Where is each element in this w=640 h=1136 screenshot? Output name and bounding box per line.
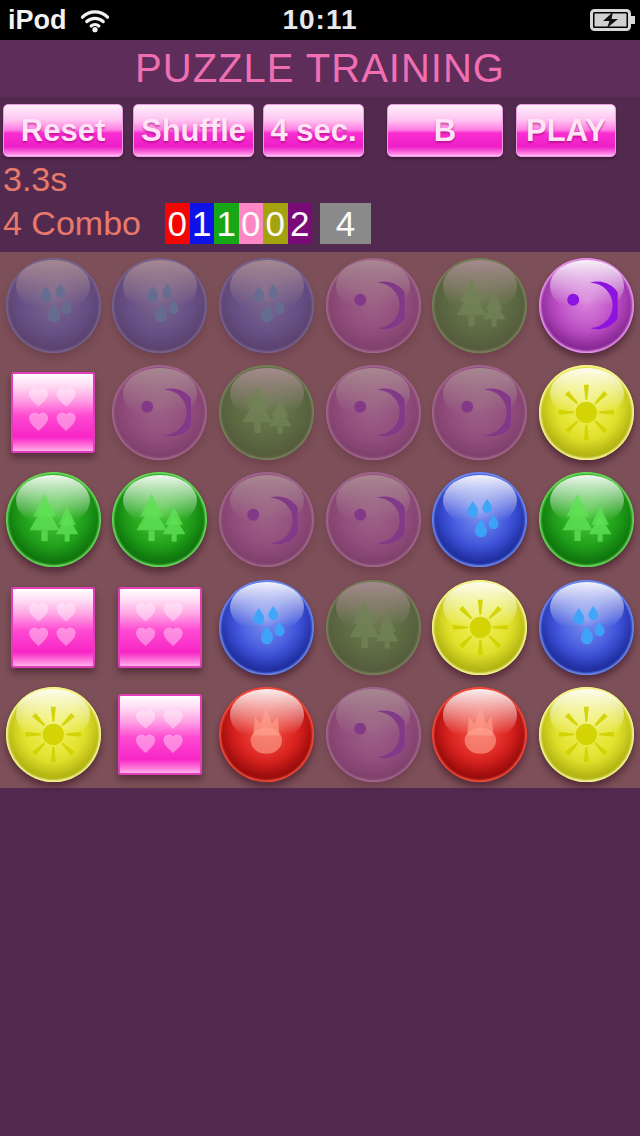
orb-wood[interactable]: [539, 472, 634, 567]
status-time: 10:11: [0, 4, 640, 36]
timer-label: 3.3s: [3, 160, 67, 199]
board-cell-r2c4: [320, 359, 427, 466]
board-cell-r3c3: [213, 466, 320, 573]
orb-heart[interactable]: [11, 372, 95, 453]
board-cell-r5c2: [107, 681, 214, 788]
orb-wood[interactable]: [112, 472, 207, 567]
board-cell-r5c5: [427, 681, 534, 788]
b-mode-button[interactable]: B: [387, 104, 503, 157]
board-cell-r3c2: [107, 466, 214, 573]
combo-row: 4 Combo 011002 4: [3, 203, 371, 244]
orb-wood-cleared[interactable]: [432, 258, 527, 353]
puzzle-board: [0, 252, 640, 788]
board-cell-r2c1: [0, 359, 107, 466]
status-bar: iPod 10:11: [0, 0, 640, 40]
combo-count-fire: 0: [165, 203, 190, 244]
board-cell-r3c4: [320, 466, 427, 573]
board-cell-r4c6: [533, 574, 640, 681]
combo-count-light: 0: [263, 203, 288, 244]
combo-count-dark: 2: [288, 203, 313, 244]
board-cell-r1c6: [533, 252, 640, 359]
board-cell-r5c6: [533, 681, 640, 788]
orb-dark-cleared[interactable]: [432, 365, 527, 460]
orb-heart[interactable]: [118, 587, 202, 668]
play-button[interactable]: PLAY: [516, 104, 616, 157]
timer-mode-button[interactable]: 4 sec.: [263, 104, 364, 157]
orb-light[interactable]: [539, 687, 634, 782]
reset-button[interactable]: Reset: [3, 104, 123, 157]
orb-dark[interactable]: [539, 258, 634, 353]
board-cell-r2c3: [213, 359, 320, 466]
orb-water-cleared[interactable]: [6, 258, 101, 353]
board-cell-r1c3: [213, 252, 320, 359]
board-cell-r4c2: [107, 574, 214, 681]
board-cell-r3c1: [0, 466, 107, 573]
orb-dark-cleared[interactable]: [326, 472, 421, 567]
board-cell-r1c2: [107, 252, 214, 359]
board-cell-r1c4: [320, 252, 427, 359]
board-cell-r5c4: [320, 681, 427, 788]
orb-fire[interactable]: [219, 687, 314, 782]
board-cell-r4c1: [0, 574, 107, 681]
orb-light[interactable]: [539, 365, 634, 460]
orb-water-cleared[interactable]: [112, 258, 207, 353]
board-cell-r2c5: [427, 359, 534, 466]
board-cell-r4c5: [427, 574, 534, 681]
orb-water-cleared[interactable]: [219, 258, 314, 353]
orb-dark-cleared[interactable]: [326, 258, 421, 353]
orb-dark-cleared[interactable]: [112, 365, 207, 460]
board-cell-r1c1: [0, 252, 107, 359]
orb-heart[interactable]: [11, 587, 95, 668]
board-cell-r4c3: [213, 574, 320, 681]
board-cell-r1c5: [427, 252, 534, 359]
battery-charging-icon: [590, 9, 636, 31]
page-title: PUZZLE TRAINING: [135, 46, 505, 91]
board-cell-r3c6: [533, 466, 640, 573]
orb-fire[interactable]: [432, 687, 527, 782]
combo-count-water: 1: [190, 203, 215, 244]
shuffle-button[interactable]: Shuffle: [133, 104, 254, 157]
board-cell-r5c3: [213, 681, 320, 788]
combo-label: 4 Combo: [3, 204, 165, 243]
orb-light[interactable]: [6, 687, 101, 782]
title-bar: PUZZLE TRAINING: [0, 40, 640, 97]
orb-water[interactable]: [539, 580, 634, 675]
board-cell-r2c2: [107, 359, 214, 466]
orb-dark-cleared[interactable]: [219, 472, 314, 567]
board-cell-r5c1: [0, 681, 107, 788]
orb-wood-cleared[interactable]: [326, 580, 421, 675]
combo-count-wood: 1: [214, 203, 239, 244]
orb-wood[interactable]: [6, 472, 101, 567]
orb-dark-cleared[interactable]: [326, 687, 421, 782]
orb-wood-cleared[interactable]: [219, 365, 314, 460]
combo-counter: 011002: [165, 203, 312, 244]
board-cell-r2c6: [533, 359, 640, 466]
app-screen: iPod 10:11 PUZZLE TRAINING Reset Shuffle…: [0, 0, 640, 1136]
orb-dark-cleared[interactable]: [326, 365, 421, 460]
board-cell-r3c5: [427, 466, 534, 573]
orb-light[interactable]: [432, 580, 527, 675]
combo-total-box: 4: [320, 203, 371, 244]
combo-count-heart: 0: [239, 203, 264, 244]
orb-heart[interactable]: [118, 694, 202, 775]
orb-water[interactable]: [432, 472, 527, 567]
orb-water[interactable]: [219, 580, 314, 675]
board-cell-r4c4: [320, 574, 427, 681]
